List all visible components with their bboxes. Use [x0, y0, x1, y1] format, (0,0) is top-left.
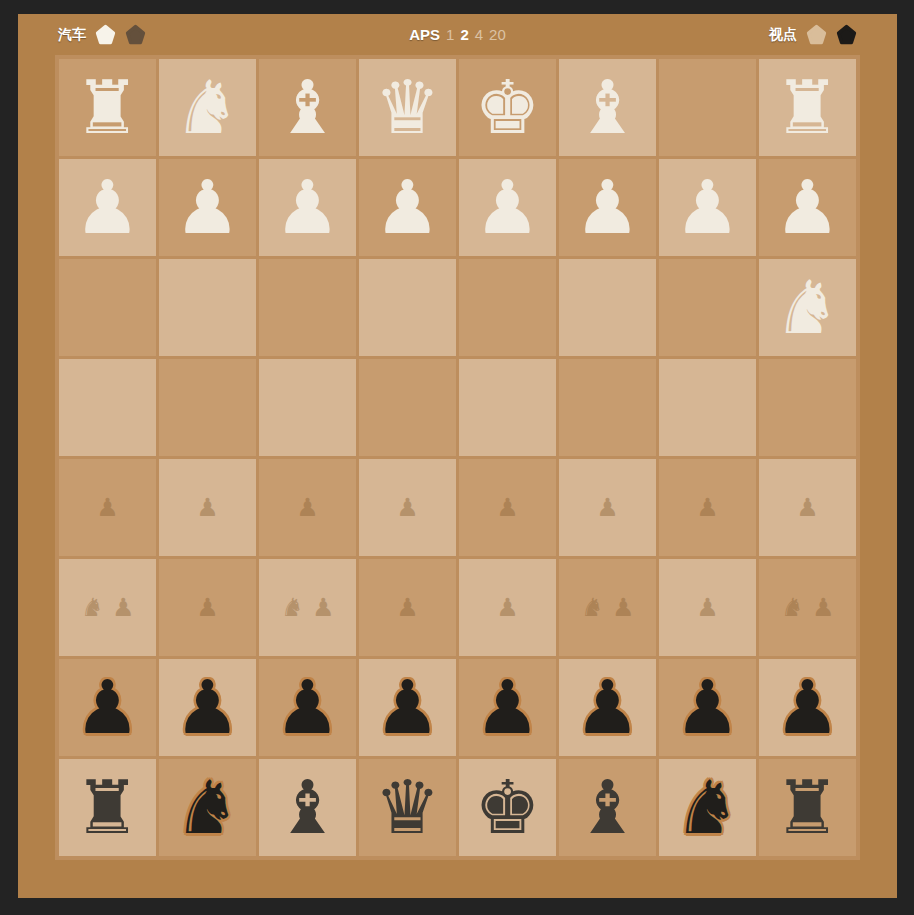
square-c5[interactable]: ♟ — [259, 459, 356, 556]
board-frame: 汽车 APS 1 2 4 20 视点 ♜♞♝♛♚♝♜♟♟♟♟♟♟♟♟♞♟♟♟ — [18, 14, 897, 898]
move-hint-h5: ♟ — [759, 459, 856, 556]
square-a7[interactable]: ♟ — [59, 659, 156, 756]
ghost-pawn-icon: ♟ — [396, 595, 418, 620]
ghost-pawn-icon: ♟ — [696, 595, 718, 620]
square-d1[interactable]: ♛ — [359, 59, 456, 156]
square-b7[interactable]: ♟ — [159, 659, 256, 756]
ghost-pawn-icon: ♟ — [396, 495, 418, 520]
move-hint-d5: ♟ — [359, 459, 456, 556]
square-a6[interactable]: ♞♟ — [59, 559, 156, 656]
ghost-pawn-icon: ♟ — [96, 495, 118, 520]
ghost-pawn-icon: ♟ — [496, 595, 518, 620]
square-e4[interactable] — [459, 359, 556, 456]
square-h7[interactable]: ♟ — [759, 659, 856, 756]
viewpoint-label: 视点 — [769, 26, 797, 44]
square-e5[interactable]: ♟ — [459, 459, 556, 556]
move-hint-h6: ♞♟ — [759, 559, 856, 656]
square-f8[interactable]: ♝ — [559, 759, 656, 856]
move-hint-c5: ♟ — [259, 459, 356, 556]
square-h3[interactable]: ♞ — [759, 259, 856, 356]
square-b1[interactable]: ♞ — [159, 59, 256, 156]
black-pawn: ♟ — [474, 659, 540, 756]
black-pawn: ♟ — [74, 659, 140, 756]
square-d2[interactable]: ♟ — [359, 159, 456, 256]
square-f7[interactable]: ♟ — [559, 659, 656, 756]
square-c6[interactable]: ♞♟ — [259, 559, 356, 656]
square-a5[interactable]: ♟ — [59, 459, 156, 556]
ghost-pawn-icon: ♟ — [196, 495, 218, 520]
white-pawn: ♟ — [374, 159, 440, 256]
black-bishop: ♝ — [274, 759, 340, 856]
black-rook: ♜ — [74, 759, 140, 856]
square-a2[interactable]: ♟ — [59, 159, 156, 256]
square-f6[interactable]: ♞♟ — [559, 559, 656, 656]
viewpoint-group: 视点 — [769, 24, 857, 45]
square-c2[interactable]: ♟ — [259, 159, 356, 256]
black-pawn: ♟ — [674, 659, 740, 756]
ghost-pawn-icon: ♟ — [112, 595, 134, 620]
square-f3[interactable] — [559, 259, 656, 356]
square-d8[interactable]: ♛ — [359, 759, 456, 856]
white-pawn: ♟ — [674, 159, 740, 256]
square-a1[interactable]: ♜ — [59, 59, 156, 156]
black-pawn: ♟ — [574, 659, 640, 756]
white-side-pentagon-icon[interactable] — [95, 24, 116, 45]
black-viewpoint-pentagon-icon[interactable] — [836, 24, 857, 45]
square-c1[interactable]: ♝ — [259, 59, 356, 156]
white-pawn: ♟ — [474, 159, 540, 256]
black-pawn: ♟ — [774, 659, 840, 756]
square-b4[interactable] — [159, 359, 256, 456]
black-pawn: ♟ — [274, 659, 340, 756]
square-e6[interactable]: ♟ — [459, 559, 556, 656]
move-hint-d6: ♟ — [359, 559, 456, 656]
square-f1[interactable]: ♝ — [559, 59, 656, 156]
move-hint-g6: ♟ — [659, 559, 756, 656]
ghost-pawn-icon: ♟ — [196, 595, 218, 620]
move-hint-e6: ♟ — [459, 559, 556, 656]
square-c4[interactable] — [259, 359, 356, 456]
square-d5[interactable]: ♟ — [359, 459, 456, 556]
square-h8[interactable]: ♜ — [759, 759, 856, 856]
square-h1[interactable]: ♜ — [759, 59, 856, 156]
aps-option-1[interactable]: 1 — [446, 26, 454, 43]
white-knight: ♞ — [174, 59, 240, 156]
ghost-knight-icon: ♞ — [781, 595, 803, 620]
aps-option-4[interactable]: 4 — [475, 26, 483, 43]
black-pawn: ♟ — [374, 659, 440, 756]
move-hint-c6: ♞♟ — [259, 559, 356, 656]
square-g3[interactable] — [659, 259, 756, 356]
ghost-pawn-icon: ♟ — [796, 495, 818, 520]
square-c3[interactable] — [259, 259, 356, 356]
move-hint-e5: ♟ — [459, 459, 556, 556]
ghost-pawn-icon: ♟ — [496, 495, 518, 520]
square-h2[interactable]: ♟ — [759, 159, 856, 256]
square-g4[interactable] — [659, 359, 756, 456]
square-e2[interactable]: ♟ — [459, 159, 556, 256]
black-queen: ♛ — [374, 759, 440, 856]
move-hint-f5: ♟ — [559, 459, 656, 556]
ghost-pawn-icon: ♟ — [296, 495, 318, 520]
chess-board: ♜♞♝♛♚♝♜♟♟♟♟♟♟♟♟♞♟♟♟♟♟♟♟♟♞♟♟♞♟♟♟♞♟♟♞♟♟♟♟♟… — [55, 55, 860, 860]
ghost-pawn-icon: ♟ — [312, 595, 334, 620]
white-bishop: ♝ — [574, 59, 640, 156]
ghost-knight-icon: ♞ — [581, 595, 603, 620]
square-g6[interactable]: ♟ — [659, 559, 756, 656]
white-pawn: ♟ — [574, 159, 640, 256]
square-b3[interactable] — [159, 259, 256, 356]
square-b5[interactable]: ♟ — [159, 459, 256, 556]
ghost-pawn-icon: ♟ — [596, 495, 618, 520]
square-c8[interactable]: ♝ — [259, 759, 356, 856]
white-pawn: ♟ — [174, 159, 240, 256]
aps-option-2[interactable]: 2 — [460, 26, 468, 43]
square-f4[interactable] — [559, 359, 656, 456]
square-e7[interactable]: ♟ — [459, 659, 556, 756]
black-rook: ♜ — [774, 759, 840, 856]
square-h4[interactable] — [759, 359, 856, 456]
square-g8[interactable]: ♞ — [659, 759, 756, 856]
white-rook: ♜ — [74, 59, 140, 156]
move-hint-b6: ♟ — [159, 559, 256, 656]
black-knight: ♞ — [674, 759, 740, 856]
top-bar: 汽车 APS 1 2 4 20 视点 — [18, 14, 897, 55]
tan-viewpoint-pentagon-icon[interactable] — [806, 24, 827, 45]
aps-control: APS 1 2 4 20 — [18, 14, 897, 55]
square-a8[interactable]: ♜ — [59, 759, 156, 856]
ghost-pawn-icon: ♟ — [696, 495, 718, 520]
square-g7[interactable]: ♟ — [659, 659, 756, 756]
square-e1[interactable]: ♚ — [459, 59, 556, 156]
square-b6[interactable]: ♟ — [159, 559, 256, 656]
square-a4[interactable] — [59, 359, 156, 456]
square-g2[interactable]: ♟ — [659, 159, 756, 256]
white-king: ♚ — [474, 59, 540, 156]
move-hint-a5: ♟ — [59, 459, 156, 556]
square-c7[interactable]: ♟ — [259, 659, 356, 756]
black-pawn: ♟ — [174, 659, 240, 756]
white-pawn: ♟ — [774, 159, 840, 256]
ghost-pawn-icon: ♟ — [612, 595, 634, 620]
aps-option-20[interactable]: 20 — [489, 26, 506, 43]
black-king: ♚ — [474, 759, 540, 856]
square-b8[interactable]: ♞ — [159, 759, 256, 856]
square-d3[interactable] — [359, 259, 456, 356]
square-f5[interactable]: ♟ — [559, 459, 656, 556]
move-hint-b5: ♟ — [159, 459, 256, 556]
ghost-pawn-icon: ♟ — [812, 595, 834, 620]
move-hint-f6: ♞♟ — [559, 559, 656, 656]
square-h6[interactable]: ♞♟ — [759, 559, 856, 656]
ghost-knight-icon: ♞ — [81, 595, 103, 620]
square-g5[interactable]: ♟ — [659, 459, 756, 556]
square-d6[interactable]: ♟ — [359, 559, 456, 656]
square-g1[interactable] — [659, 59, 756, 156]
brown-side-pentagon-icon[interactable] — [125, 24, 146, 45]
square-h5[interactable]: ♟ — [759, 459, 856, 556]
white-pawn: ♟ — [74, 159, 140, 256]
square-f2[interactable]: ♟ — [559, 159, 656, 256]
move-hint-a6: ♞♟ — [59, 559, 156, 656]
square-d4[interactable] — [359, 359, 456, 456]
auto-label: 汽车 — [58, 26, 86, 44]
square-a3[interactable] — [59, 259, 156, 356]
black-knight: ♞ — [174, 759, 240, 856]
square-e3[interactable] — [459, 259, 556, 356]
white-knight: ♞ — [774, 259, 840, 356]
white-rook: ♜ — [774, 59, 840, 156]
white-pawn: ♟ — [274, 159, 340, 256]
black-bishop: ♝ — [574, 759, 640, 856]
ghost-knight-icon: ♞ — [281, 595, 303, 620]
auto-side-group: 汽车 — [58, 24, 146, 45]
square-d7[interactable]: ♟ — [359, 659, 456, 756]
square-b2[interactable]: ♟ — [159, 159, 256, 256]
move-hint-g5: ♟ — [659, 459, 756, 556]
white-bishop: ♝ — [274, 59, 340, 156]
white-queen: ♛ — [374, 59, 440, 156]
aps-label: APS — [409, 26, 440, 43]
square-e8[interactable]: ♚ — [459, 759, 556, 856]
